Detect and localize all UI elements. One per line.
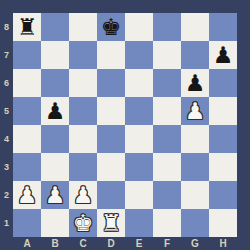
square-a4[interactable]: [13, 125, 41, 153]
white-king-c1[interactable]: ♚: [73, 209, 94, 237]
rank-label-2: 2: [0, 181, 13, 209]
square-b6[interactable]: [41, 69, 69, 97]
white-pawn-c2[interactable]: ♟: [73, 181, 94, 209]
square-e3[interactable]: [125, 153, 153, 181]
square-b8[interactable]: [41, 13, 69, 41]
square-a6[interactable]: [13, 69, 41, 97]
square-f2[interactable]: [153, 181, 181, 209]
square-f6[interactable]: [153, 69, 181, 97]
white-pawn-b2[interactable]: ♟: [45, 181, 66, 209]
square-f5[interactable]: [153, 97, 181, 125]
square-f7[interactable]: [153, 41, 181, 69]
square-f3[interactable]: [153, 153, 181, 181]
square-a3[interactable]: [13, 153, 41, 181]
rank-label-8: 8: [0, 13, 13, 41]
square-c5[interactable]: [69, 97, 97, 125]
square-h8[interactable]: [209, 13, 237, 41]
square-e5[interactable]: [125, 97, 153, 125]
square-d4[interactable]: [97, 125, 125, 153]
square-d5[interactable]: [97, 97, 125, 125]
square-e8[interactable]: [125, 13, 153, 41]
chess-board-frame: 87654321 ♜♚♟♟♟♟♟♟♟♚♜ ABCDEFGH: [0, 0, 250, 250]
square-h3[interactable]: [209, 153, 237, 181]
square-c8[interactable]: [69, 13, 97, 41]
square-b7[interactable]: [41, 41, 69, 69]
square-c2[interactable]: ♟: [69, 181, 97, 209]
square-c1[interactable]: ♚: [69, 209, 97, 237]
square-h6[interactable]: [209, 69, 237, 97]
square-b3[interactable]: [41, 153, 69, 181]
square-g2[interactable]: [181, 181, 209, 209]
square-a8[interactable]: ♜: [13, 13, 41, 41]
square-a1[interactable]: [13, 209, 41, 237]
square-g1[interactable]: [181, 209, 209, 237]
square-c7[interactable]: [69, 41, 97, 69]
square-e1[interactable]: [125, 209, 153, 237]
black-rook-a8[interactable]: ♜: [17, 13, 38, 41]
square-g7[interactable]: [181, 41, 209, 69]
white-pawn-g5[interactable]: ♟: [185, 97, 206, 125]
rank-labels: 87654321: [0, 13, 13, 237]
square-e4[interactable]: [125, 125, 153, 153]
square-g5[interactable]: ♟: [181, 97, 209, 125]
rank-label-4: 4: [0, 125, 13, 153]
square-d7[interactable]: [97, 41, 125, 69]
rank-label-6: 6: [0, 69, 13, 97]
square-a2[interactable]: ♟: [13, 181, 41, 209]
square-h1[interactable]: [209, 209, 237, 237]
square-c6[interactable]: [69, 69, 97, 97]
square-c4[interactable]: [69, 125, 97, 153]
square-f8[interactable]: [153, 13, 181, 41]
white-rook-d1[interactable]: ♜: [101, 209, 122, 237]
square-g4[interactable]: [181, 125, 209, 153]
rank-label-1: 1: [0, 209, 13, 237]
square-h2[interactable]: [209, 181, 237, 209]
square-a5[interactable]: [13, 97, 41, 125]
black-pawn-g6[interactable]: ♟: [185, 69, 206, 97]
white-pawn-a2[interactable]: ♟: [17, 181, 38, 209]
square-d3[interactable]: [97, 153, 125, 181]
square-d1[interactable]: ♜: [97, 209, 125, 237]
square-h4[interactable]: [209, 125, 237, 153]
rank-label-3: 3: [0, 153, 13, 181]
rank-label-7: 7: [0, 41, 13, 69]
square-f1[interactable]: [153, 209, 181, 237]
square-e6[interactable]: [125, 69, 153, 97]
square-e7[interactable]: [125, 41, 153, 69]
square-e2[interactable]: [125, 181, 153, 209]
black-pawn-h7[interactable]: ♟: [213, 41, 234, 69]
square-g3[interactable]: [181, 153, 209, 181]
square-h7[interactable]: ♟: [209, 41, 237, 69]
square-g8[interactable]: [181, 13, 209, 41]
square-b5[interactable]: ♟: [41, 97, 69, 125]
square-c3[interactable]: [69, 153, 97, 181]
black-pawn-b5[interactable]: ♟: [45, 97, 66, 125]
square-g6[interactable]: ♟: [181, 69, 209, 97]
square-f4[interactable]: [153, 125, 181, 153]
square-h5[interactable]: [209, 97, 237, 125]
black-king-d8[interactable]: ♚: [101, 13, 122, 41]
chess-board[interactable]: ♜♚♟♟♟♟♟♟♟♚♜: [13, 13, 237, 237]
square-d6[interactable]: [97, 69, 125, 97]
square-b2[interactable]: ♟: [41, 181, 69, 209]
square-d2[interactable]: [97, 181, 125, 209]
square-d8[interactable]: ♚: [97, 13, 125, 41]
square-b4[interactable]: [41, 125, 69, 153]
square-a7[interactable]: [13, 41, 41, 69]
rank-label-5: 5: [0, 97, 13, 125]
square-b1[interactable]: [41, 209, 69, 237]
